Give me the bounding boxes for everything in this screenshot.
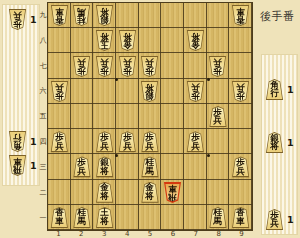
square-7八[interactable]: 金将 (184, 28, 207, 53)
square-4六[interactable] (116, 79, 139, 104)
square-7五[interactable] (184, 104, 207, 129)
piece-face: 歩兵 (209, 107, 226, 126)
hoshi-dot (207, 154, 210, 157)
piece-kanji: 兵 (236, 167, 245, 176)
square-8八[interactable] (207, 28, 230, 53)
gote-piece-歩兵[interactable]: 歩兵 (72, 156, 91, 177)
gote-piece-銀将[interactable]: 銀将 (265, 132, 284, 153)
piece-face: 香車 (51, 208, 68, 227)
piece-kanji: 兵 (123, 142, 132, 151)
square-2六[interactable] (71, 79, 94, 104)
square-8四[interactable] (207, 129, 230, 154)
piece-face: 玉将 (96, 31, 113, 50)
piece-face: 歩兵 (266, 210, 283, 229)
piece-kanji: 将 (270, 142, 279, 151)
piece-face: 歩兵 (141, 57, 158, 76)
piece-kanji: 銀 (146, 91, 155, 100)
square-3七[interactable]: 歩兵 (93, 53, 116, 78)
gote-piece-金将[interactable]: 金将 (140, 182, 159, 203)
file-label-1: 1 (47, 230, 70, 238)
gote-piece-金将[interactable]: 金将 (95, 182, 114, 203)
square-3六[interactable] (93, 79, 116, 104)
rank-label-六: 六 (39, 78, 47, 103)
square-9六[interactable]: 歩兵 (229, 79, 252, 104)
square-1二[interactable] (48, 180, 71, 205)
piece-kanji: 兵 (78, 167, 87, 176)
square-1三[interactable] (48, 154, 71, 179)
sente-piece-角行[interactable]: 角行 (8, 131, 27, 152)
file-label-7: 7 (184, 230, 207, 238)
gote-piece-香車[interactable]: 香車 (50, 207, 69, 228)
piece-kanji: 馬 (146, 167, 155, 176)
square-5七[interactable]: 歩兵 (139, 53, 162, 78)
square-9四[interactable] (229, 129, 252, 154)
shogi-app: 歩兵1角行1飛車1 九八七六五四三二一 香車桂馬銀将香車玉将金将金将歩兵歩兵歩兵… (0, 0, 300, 238)
hand-count: 1 (287, 214, 294, 225)
piece-kanji: 将 (191, 32, 200, 41)
piece-kanji: 兵 (55, 83, 64, 92)
sente-piece-香車[interactable]: 香車 (231, 5, 250, 26)
piece-kanji: 歩 (191, 91, 200, 100)
sente-piece-飛車-last-move[interactable]: 飛車 (163, 182, 182, 203)
square-4七[interactable]: 歩兵 (116, 53, 139, 78)
sente-hand-panel: 歩兵1角行1飛車1 (2, 4, 40, 186)
piece-kanji: 馬 (78, 217, 87, 226)
square-6八[interactable] (161, 28, 184, 53)
file-label-8: 8 (207, 230, 230, 238)
gote-hand-item-銀将: 銀将1 (265, 132, 294, 153)
rank-label-二: 二 (39, 180, 47, 205)
piece-kanji: 兵 (146, 58, 155, 67)
rank-label-八: 八 (39, 27, 47, 52)
sente-piece-金将[interactable]: 金将 (186, 30, 205, 51)
piece-kanji: 兵 (214, 116, 223, 125)
piece-face: 王将 (96, 208, 113, 227)
square-8五[interactable]: 歩兵 (207, 104, 230, 129)
square-2八[interactable] (71, 28, 94, 53)
piece-kanji: 車 (13, 157, 22, 166)
piece-kanji: 将 (146, 192, 155, 201)
square-3二[interactable]: 金将 (93, 180, 116, 205)
piece-kanji: 兵 (191, 142, 200, 151)
sente-piece-歩兵[interactable]: 歩兵 (95, 56, 114, 77)
sente-piece-歩兵[interactable]: 歩兵 (118, 56, 137, 77)
square-2三[interactable]: 歩兵 (71, 154, 94, 179)
piece-kanji: 将 (100, 167, 109, 176)
square-5六[interactable]: 銀将 (139, 79, 162, 104)
sente-piece-歩兵[interactable]: 歩兵 (186, 81, 205, 102)
rank-label-四: 四 (39, 129, 47, 154)
piece-face: 銀将 (266, 133, 283, 152)
piece-kanji: 兵 (100, 58, 109, 67)
sente-piece-銀将[interactable]: 銀将 (95, 5, 114, 26)
square-1五[interactable] (48, 104, 71, 129)
file-labels: 123456789 (47, 230, 253, 238)
piece-kanji: 車 (236, 7, 245, 16)
piece-kanji: 将 (146, 83, 155, 92)
sente-piece-歩兵[interactable]: 歩兵 (140, 56, 159, 77)
piece-face: 歩兵 (51, 132, 68, 151)
gote-piece-角行[interactable]: 角行 (265, 79, 284, 100)
square-2四[interactable] (71, 129, 94, 154)
shogi-board: 香車桂馬銀将香車玉将金将金将歩兵歩兵歩兵歩兵歩兵歩兵銀将歩兵歩兵歩兵歩兵歩兵歩兵… (47, 2, 253, 231)
piece-kanji: 玉 (100, 41, 109, 50)
piece-kanji: 将 (123, 32, 132, 41)
piece-kanji: 歩 (55, 91, 64, 100)
piece-kanji: 車 (55, 217, 64, 226)
piece-face: 歩兵 (187, 132, 204, 151)
rank-label-一: 一 (39, 206, 47, 231)
sente-piece-飛車[interactable]: 飛車 (8, 155, 27, 176)
sente-piece-歩兵[interactable]: 歩兵 (208, 56, 227, 77)
gote-piece-桂馬[interactable]: 桂馬 (140, 156, 159, 177)
sente-hand-item-飛車: 飛車1 (8, 155, 37, 176)
piece-face: 銀将 (96, 6, 113, 25)
piece-face: 金将 (96, 183, 113, 202)
square-1四[interactable]: 歩兵 (48, 129, 71, 154)
square-9八[interactable] (229, 28, 252, 53)
piece-face: 歩兵 (96, 57, 113, 76)
piece-kanji: 香 (55, 16, 64, 25)
gote-piece-歩兵[interactable]: 歩兵 (265, 209, 284, 230)
piece-face: 香車 (232, 6, 249, 25)
sente-piece-銀将[interactable]: 銀将 (140, 81, 159, 102)
square-3八[interactable]: 玉将 (93, 28, 116, 53)
hand-count: 1 (287, 137, 294, 148)
sente-hand-item-歩兵: 歩兵1 (8, 9, 37, 30)
piece-face: 金将 (187, 31, 204, 50)
square-6四[interactable] (161, 129, 184, 154)
piece-kanji: 車 (168, 184, 177, 193)
piece-kanji: 歩 (13, 20, 22, 29)
piece-kanji: 行 (270, 89, 279, 98)
square-3三[interactable]: 銀将 (93, 154, 116, 179)
piece-kanji: 金 (123, 41, 132, 50)
piece-face: 歩兵 (73, 57, 90, 76)
piece-face: 金将 (119, 31, 136, 50)
sente-piece-桂馬[interactable]: 桂馬 (72, 5, 91, 26)
square-1八[interactable] (48, 28, 71, 53)
gote-piece-歩兵[interactable]: 歩兵 (118, 131, 137, 152)
gote-piece-王将[interactable]: 王将 (95, 207, 114, 228)
rank-label-七: 七 (39, 53, 47, 78)
file-label-9: 9 (230, 230, 253, 238)
square-9三[interactable]: 歩兵 (229, 154, 252, 179)
square-8三[interactable] (207, 154, 230, 179)
square-2一[interactable]: 桂馬 (71, 205, 94, 230)
square-4五[interactable] (116, 104, 139, 129)
piece-face: 香車 (51, 6, 68, 25)
square-7九[interactable] (184, 3, 207, 28)
gote-piece-歩兵[interactable]: 歩兵 (95, 131, 114, 152)
piece-kanji: 香 (236, 16, 245, 25)
square-6七[interactable] (161, 53, 184, 78)
hand-count: 1 (30, 136, 37, 147)
hand-count: 1 (30, 160, 37, 171)
square-2九[interactable]: 桂馬 (71, 3, 94, 28)
hoshi-dot (207, 78, 210, 81)
square-4一[interactable] (116, 205, 139, 230)
square-7一[interactable] (184, 205, 207, 230)
square-4三[interactable] (116, 154, 139, 179)
piece-face: 歩兵 (209, 57, 226, 76)
piece-kanji: 兵 (78, 58, 87, 67)
piece-kanji: 将 (100, 217, 109, 226)
piece-kanji: 車 (55, 7, 64, 16)
square-6二[interactable]: 飛車 (161, 180, 184, 205)
piece-face: 歩兵 (232, 157, 249, 176)
square-4四[interactable]: 歩兵 (116, 129, 139, 154)
piece-kanji: 馬 (78, 7, 87, 16)
square-1一[interactable]: 香車 (48, 205, 71, 230)
file-label-6: 6 (161, 230, 184, 238)
square-8一[interactable]: 桂馬 (207, 205, 230, 230)
piece-face: 歩兵 (9, 10, 26, 29)
gote-piece-歩兵[interactable]: 歩兵 (140, 131, 159, 152)
piece-kanji: 行 (13, 133, 22, 142)
square-9七[interactable] (229, 53, 252, 78)
piece-kanji: 銀 (100, 16, 109, 25)
sente-hand-item-角行: 角行1 (8, 131, 37, 152)
piece-kanji: 歩 (236, 91, 245, 100)
square-8九[interactable] (207, 3, 230, 28)
square-3四[interactable]: 歩兵 (93, 129, 116, 154)
rank-label-三: 三 (39, 155, 47, 180)
square-5二[interactable]: 金将 (139, 180, 162, 205)
piece-face: 桂馬 (73, 208, 90, 227)
sente-piece-歩兵[interactable]: 歩兵 (231, 81, 250, 102)
gote-piece-桂馬[interactable]: 桂馬 (208, 207, 227, 228)
sente-piece-歩兵[interactable]: 歩兵 (50, 81, 69, 102)
sente-piece-金将[interactable]: 金将 (118, 30, 137, 51)
piece-kanji: 飛 (13, 166, 22, 175)
piece-face: 歩兵 (232, 82, 249, 101)
square-2二[interactable] (71, 180, 94, 205)
file-label-3: 3 (93, 230, 116, 238)
piece-face: 銀将 (141, 82, 158, 101)
piece-kanji: 兵 (100, 142, 109, 151)
piece-face: 歩兵 (119, 57, 136, 76)
gote-piece-歩兵[interactable]: 歩兵 (186, 131, 205, 152)
piece-face: 金将 (141, 183, 158, 202)
square-4八[interactable]: 金将 (116, 28, 139, 53)
piece-face: 角行 (9, 132, 26, 151)
square-6六[interactable] (161, 79, 184, 104)
gote-hand-item-歩兵: 歩兵1 (265, 209, 294, 230)
square-5一[interactable] (139, 205, 162, 230)
square-9二[interactable] (229, 180, 252, 205)
piece-kanji: 兵 (236, 83, 245, 92)
square-2七[interactable]: 歩兵 (71, 53, 94, 78)
gote-hand-item-角行: 角行1 (265, 79, 294, 100)
piece-face: 銀将 (96, 157, 113, 176)
piece-face: 歩兵 (119, 132, 136, 151)
gote-hand-panel: 角行1銀将1歩兵1 (261, 54, 298, 235)
piece-face: 歩兵 (51, 82, 68, 101)
square-3一[interactable]: 王将 (93, 205, 116, 230)
square-7七[interactable] (184, 53, 207, 78)
square-4二[interactable] (116, 180, 139, 205)
square-2五[interactable] (71, 104, 94, 129)
piece-face: 歩兵 (96, 132, 113, 151)
gote-piece-歩兵[interactable]: 歩兵 (208, 106, 227, 127)
square-6九[interactable] (161, 3, 184, 28)
sente-piece-歩兵[interactable]: 歩兵 (8, 9, 27, 30)
rank-labels: 九八七六五四三二一 (39, 2, 47, 231)
square-6三[interactable] (161, 154, 184, 179)
piece-face: 飛車 (9, 156, 26, 175)
piece-face: 香車 (232, 208, 249, 227)
sente-piece-歩兵[interactable]: 歩兵 (72, 56, 91, 77)
piece-kanji: 兵 (270, 219, 279, 228)
square-6五[interactable] (161, 104, 184, 129)
piece-kanji: 将 (100, 192, 109, 201)
square-8六[interactable] (207, 79, 230, 104)
square-9九[interactable]: 香車 (229, 3, 252, 28)
file-label-5: 5 (139, 230, 162, 238)
square-9五[interactable] (229, 104, 252, 129)
piece-face: 歩兵 (141, 132, 158, 151)
piece-kanji: 桂 (78, 16, 87, 25)
piece-kanji: 将 (100, 7, 109, 16)
piece-kanji: 車 (236, 217, 245, 226)
gote-piece-香車[interactable]: 香車 (231, 207, 250, 228)
piece-face: 桂馬 (73, 6, 90, 25)
square-6一[interactable] (161, 205, 184, 230)
square-7四[interactable]: 歩兵 (184, 129, 207, 154)
square-8七[interactable]: 歩兵 (207, 53, 230, 78)
piece-kanji: 兵 (123, 58, 132, 67)
piece-face: 歩兵 (187, 82, 204, 101)
square-5八[interactable] (139, 28, 162, 53)
square-1九[interactable]: 香車 (48, 3, 71, 28)
square-1七[interactable] (48, 53, 71, 78)
turn-indicator: 後手番 (260, 9, 295, 24)
piece-face: 桂馬 (141, 157, 158, 176)
square-3九[interactable]: 銀将 (93, 3, 116, 28)
piece-face: 歩兵 (73, 157, 90, 176)
piece-kanji: 兵 (191, 83, 200, 92)
piece-kanji: 角 (13, 142, 22, 151)
square-5三[interactable]: 桂馬 (139, 154, 162, 179)
hoshi-dot (115, 78, 118, 81)
piece-kanji: 兵 (13, 11, 22, 20)
hand-count: 1 (287, 84, 294, 95)
file-label-4: 4 (116, 230, 139, 238)
piece-kanji: 兵 (146, 142, 155, 151)
square-8二[interactable] (207, 180, 230, 205)
square-9一[interactable]: 香車 (229, 205, 252, 230)
hand-count: 1 (30, 14, 37, 25)
piece-kanji: 馬 (214, 217, 223, 226)
rank-label-九: 九 (39, 2, 47, 27)
sente-piece-香車[interactable]: 香車 (50, 5, 69, 26)
file-label-2: 2 (70, 230, 93, 238)
gote-piece-歩兵[interactable]: 歩兵 (231, 156, 250, 177)
gote-piece-銀将[interactable]: 銀将 (95, 156, 114, 177)
square-7六[interactable]: 歩兵 (184, 79, 207, 104)
square-3五[interactable] (93, 104, 116, 129)
sente-piece-玉将[interactable]: 玉将 (95, 30, 114, 51)
square-7三[interactable] (184, 154, 207, 179)
piece-face: 角行 (266, 80, 283, 99)
square-5五[interactable] (139, 104, 162, 129)
piece-kanji: 兵 (55, 142, 64, 151)
piece-kanji: 金 (191, 41, 200, 50)
piece-face: 飛車 (165, 183, 181, 201)
square-5四[interactable]: 歩兵 (139, 129, 162, 154)
piece-kanji: 兵 (214, 58, 223, 67)
square-7二[interactable] (184, 180, 207, 205)
piece-face: 桂馬 (209, 208, 226, 227)
square-5九[interactable] (139, 3, 162, 28)
gote-piece-桂馬[interactable]: 桂馬 (72, 207, 91, 228)
gote-piece-歩兵[interactable]: 歩兵 (50, 131, 69, 152)
square-4九[interactable] (116, 3, 139, 28)
piece-kanji: 将 (100, 32, 109, 41)
square-1六[interactable]: 歩兵 (48, 79, 71, 104)
rank-label-五: 五 (39, 104, 47, 129)
